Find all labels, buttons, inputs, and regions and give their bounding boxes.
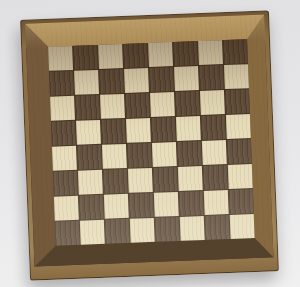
square-h7[interactable] [224, 64, 249, 89]
square-b2[interactable] [79, 195, 104, 220]
square-a3[interactable] [53, 171, 78, 196]
square-d3[interactable] [128, 168, 153, 193]
square-e2[interactable] [154, 192, 179, 217]
square-e6[interactable] [150, 92, 175, 117]
square-g8[interactable] [198, 40, 223, 65]
square-g5[interactable] [201, 115, 226, 140]
square-f2[interactable] [179, 191, 204, 216]
square-f3[interactable] [178, 166, 203, 191]
square-f6[interactable] [175, 91, 200, 116]
chessboard-inner-bevel [25, 15, 273, 267]
square-e3[interactable] [153, 167, 178, 192]
square-b3[interactable] [78, 170, 103, 195]
square-b6[interactable] [75, 95, 100, 120]
square-f5[interactable] [176, 116, 201, 141]
square-a7[interactable] [49, 71, 74, 96]
square-h4[interactable] [227, 139, 252, 164]
photo-background [0, 0, 300, 287]
square-a8[interactable] [48, 46, 73, 71]
square-f7[interactable] [174, 66, 199, 91]
square-a1[interactable] [55, 221, 80, 246]
square-g1[interactable] [205, 215, 230, 240]
square-b8[interactable] [73, 45, 98, 70]
square-d8[interactable] [123, 43, 148, 68]
chess-board [48, 39, 254, 245]
square-f8[interactable] [173, 41, 198, 66]
square-g6[interactable] [200, 90, 225, 115]
square-c8[interactable] [98, 44, 123, 69]
square-c7[interactable] [99, 69, 124, 94]
square-f4[interactable] [177, 141, 202, 166]
square-e8[interactable] [148, 42, 173, 67]
square-c2[interactable] [104, 194, 129, 219]
square-g4[interactable] [202, 140, 227, 165]
square-h3[interactable] [228, 164, 253, 189]
square-h2[interactable] [229, 189, 254, 214]
square-b4[interactable] [77, 145, 102, 170]
square-h5[interactable] [226, 114, 251, 139]
square-d2[interactable] [129, 193, 154, 218]
square-e7[interactable] [149, 67, 174, 92]
square-h1[interactable] [230, 214, 255, 239]
square-g3[interactable] [203, 165, 228, 190]
square-b5[interactable] [76, 120, 101, 145]
square-d4[interactable] [127, 143, 152, 168]
square-f1[interactable] [180, 216, 205, 241]
square-a2[interactable] [54, 196, 79, 221]
square-h8[interactable] [223, 39, 248, 64]
square-e1[interactable] [155, 217, 180, 242]
square-c4[interactable] [102, 144, 127, 169]
chessboard-frame [20, 10, 279, 280]
square-b1[interactable] [80, 220, 105, 245]
square-a5[interactable] [51, 121, 76, 146]
square-c6[interactable] [100, 94, 125, 119]
square-d7[interactable] [124, 68, 149, 93]
square-e5[interactable] [151, 117, 176, 142]
square-e4[interactable] [152, 142, 177, 167]
square-c1[interactable] [105, 219, 130, 244]
square-d1[interactable] [130, 218, 155, 243]
square-d6[interactable] [125, 93, 150, 118]
square-c5[interactable] [101, 119, 126, 144]
square-h6[interactable] [225, 89, 250, 114]
square-a6[interactable] [50, 96, 75, 121]
square-a4[interactable] [52, 146, 77, 171]
square-g7[interactable] [199, 65, 224, 90]
square-g2[interactable] [204, 190, 229, 215]
square-d5[interactable] [126, 118, 151, 143]
square-c3[interactable] [103, 169, 128, 194]
square-b7[interactable] [74, 70, 99, 95]
